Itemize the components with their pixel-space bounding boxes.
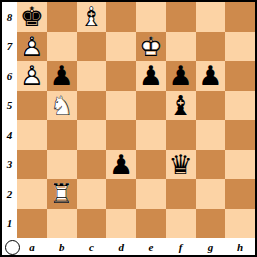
square-c2[interactable]: [77, 179, 107, 209]
square-h4[interactable]: [225, 120, 255, 150]
rank-label-1: 1: [2, 209, 17, 239]
black-queen: ♛: [166, 150, 196, 180]
white-king-fill: ♚: [136, 32, 166, 62]
square-c7[interactable]: [77, 32, 107, 62]
file-label-d: d: [106, 238, 136, 255]
square-b4[interactable]: [47, 120, 77, 150]
square-a8[interactable]: ♚: [17, 2, 47, 32]
rank-label-5: 5: [2, 91, 17, 121]
square-c4[interactable]: [77, 120, 107, 150]
square-a5[interactable]: [17, 91, 47, 121]
square-e8[interactable]: [136, 2, 166, 32]
square-e6[interactable]: ♟: [136, 61, 166, 91]
white-pawn: ♙: [17, 61, 47, 91]
file-label-c: c: [77, 238, 107, 255]
square-g4[interactable]: [196, 120, 226, 150]
square-g2[interactable]: [196, 179, 226, 209]
rank-label-6: 6: [2, 61, 17, 91]
square-a6[interactable]: ♟♙: [17, 61, 47, 91]
file-label-g: g: [196, 238, 226, 255]
square-g6[interactable]: ♟: [196, 61, 226, 91]
square-d7[interactable]: [106, 32, 136, 62]
file-label-h: h: [225, 238, 255, 255]
square-b3[interactable]: [47, 150, 77, 180]
white-pawn: ♙: [17, 32, 47, 62]
file-labels: abcdefgh: [17, 238, 255, 255]
chess-diagram: 87654321 ♚♝♗♟♙♚♔♟♙♟♟♟♟♞♘♝♟♛♜♖ abcdefgh: [0, 0, 257, 257]
square-c6[interactable]: [77, 61, 107, 91]
square-e3[interactable]: [136, 150, 166, 180]
square-f6[interactable]: ♟: [166, 61, 196, 91]
black-pawn: ♟: [47, 61, 77, 91]
square-d5[interactable]: [106, 91, 136, 121]
square-c3[interactable]: [77, 150, 107, 180]
file-label-b: b: [47, 238, 77, 255]
square-d1[interactable]: [106, 209, 136, 239]
square-h2[interactable]: [225, 179, 255, 209]
square-g8[interactable]: [196, 2, 226, 32]
white-pawn-fill: ♟: [17, 32, 47, 62]
square-b5[interactable]: ♞♘: [47, 91, 77, 121]
white-rook-fill: ♜: [47, 179, 77, 209]
white-knight-fill: ♞: [47, 91, 77, 121]
square-e4[interactable]: [136, 120, 166, 150]
black-pawn: ♟: [136, 61, 166, 91]
square-f1[interactable]: [166, 209, 196, 239]
square-h1[interactable]: [225, 209, 255, 239]
square-b7[interactable]: [47, 32, 77, 62]
rank-label-7: 7: [2, 32, 17, 62]
square-f4[interactable]: [166, 120, 196, 150]
square-c8[interactable]: ♝♗: [77, 2, 107, 32]
square-h7[interactable]: [225, 32, 255, 62]
square-d8[interactable]: [106, 2, 136, 32]
rank-label-3: 3: [2, 150, 17, 180]
square-e1[interactable]: [136, 209, 166, 239]
square-f7[interactable]: [166, 32, 196, 62]
square-h3[interactable]: [225, 150, 255, 180]
white-bishop-fill: ♝: [77, 2, 107, 32]
square-a3[interactable]: [17, 150, 47, 180]
white-knight: ♘: [47, 91, 77, 121]
square-e2[interactable]: [136, 179, 166, 209]
square-b2[interactable]: ♜♖: [47, 179, 77, 209]
square-b6[interactable]: ♟: [47, 61, 77, 91]
rank-label-8: 8: [2, 2, 17, 32]
square-a4[interactable]: [17, 120, 47, 150]
square-b8[interactable]: [47, 2, 77, 32]
square-d6[interactable]: [106, 61, 136, 91]
white-to-move-indicator: [5, 240, 20, 255]
square-f8[interactable]: [166, 2, 196, 32]
square-e7[interactable]: ♚♔: [136, 32, 166, 62]
white-bishop: ♗: [77, 2, 107, 32]
square-c1[interactable]: [77, 209, 107, 239]
chess-board: ♚♝♗♟♙♚♔♟♙♟♟♟♟♞♘♝♟♛♜♖: [17, 2, 255, 238]
black-pawn: ♟: [166, 61, 196, 91]
square-h8[interactable]: [225, 2, 255, 32]
square-f5[interactable]: ♝: [166, 91, 196, 121]
square-g7[interactable]: [196, 32, 226, 62]
square-f3[interactable]: ♛: [166, 150, 196, 180]
square-d2[interactable]: [106, 179, 136, 209]
rank-labels: 87654321: [2, 2, 17, 238]
file-label-e: e: [136, 238, 166, 255]
file-label-f: f: [166, 238, 196, 255]
white-king: ♔: [136, 32, 166, 62]
rank-label-4: 4: [2, 120, 17, 150]
file-label-a: a: [17, 238, 47, 255]
square-e5[interactable]: [136, 91, 166, 121]
square-g1[interactable]: [196, 209, 226, 239]
square-d3[interactable]: ♟: [106, 150, 136, 180]
square-a2[interactable]: [17, 179, 47, 209]
black-pawn: ♟: [196, 61, 226, 91]
black-king: ♚: [17, 2, 47, 32]
white-pawn-fill: ♟: [17, 61, 47, 91]
square-h6[interactable]: [225, 61, 255, 91]
rank-label-2: 2: [2, 179, 17, 209]
square-h5[interactable]: [225, 91, 255, 121]
square-a7[interactable]: ♟♙: [17, 32, 47, 62]
square-g5[interactable]: [196, 91, 226, 121]
square-d4[interactable]: [106, 120, 136, 150]
square-b1[interactable]: [47, 209, 77, 239]
black-bishop: ♝: [166, 91, 196, 121]
black-pawn: ♟: [106, 150, 136, 180]
square-c5[interactable]: [77, 91, 107, 121]
square-a1[interactable]: [17, 209, 47, 239]
square-g3[interactable]: [196, 150, 226, 180]
white-rook: ♖: [47, 179, 77, 209]
square-f2[interactable]: [166, 179, 196, 209]
